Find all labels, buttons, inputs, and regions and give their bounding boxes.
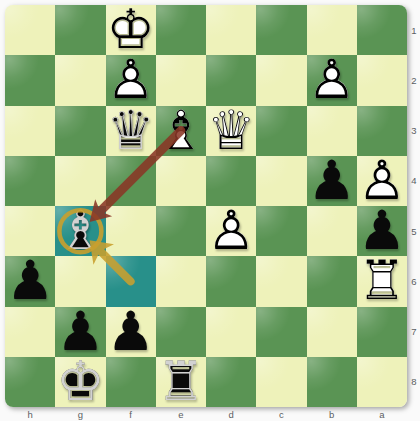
black-king[interactable]: ♚♔ — [55, 357, 105, 407]
square-a8[interactable] — [357, 357, 407, 407]
square-b8[interactable] — [307, 357, 357, 407]
square-b5[interactable] — [307, 206, 357, 256]
square-c3[interactable] — [256, 106, 306, 156]
square-h1[interactable] — [5, 5, 55, 55]
black-pawn[interactable]: ♟ — [307, 156, 357, 206]
file-label-c: c — [256, 408, 306, 421]
rank-label-8: 8 — [408, 357, 420, 407]
square-g6[interactable] — [55, 256, 105, 306]
square-g1[interactable] — [55, 5, 105, 55]
black-rook[interactable]: ♜♖ — [156, 357, 206, 407]
black-pawn[interactable]: ♟ — [106, 307, 156, 357]
square-d1[interactable] — [206, 5, 256, 55]
square-e3[interactable]: ♝♗ — [156, 106, 206, 156]
white-rook[interactable]: ♜♖ — [357, 256, 407, 306]
square-f3[interactable]: ♛♕ — [106, 106, 156, 156]
square-d8[interactable] — [206, 357, 256, 407]
square-g3[interactable] — [55, 106, 105, 156]
square-g5[interactable]: ♝♗ — [55, 206, 105, 256]
rank-label-2: 2 — [408, 55, 420, 105]
square-e2[interactable] — [156, 55, 206, 105]
square-c8[interactable] — [256, 357, 306, 407]
square-h6[interactable]: ♟ — [5, 256, 55, 306]
rank-label-4: 4 — [408, 156, 420, 206]
square-a6[interactable]: ♜♖ — [357, 256, 407, 306]
square-c1[interactable] — [256, 5, 306, 55]
square-h3[interactable] — [5, 106, 55, 156]
square-f2[interactable]: ♟♙ — [106, 55, 156, 105]
file-label-b: b — [307, 408, 357, 421]
square-h4[interactable] — [5, 156, 55, 206]
square-a2[interactable] — [357, 55, 407, 105]
square-f8[interactable] — [106, 357, 156, 407]
rank-label-6: 6 — [408, 256, 420, 306]
rank-label-1: 1 — [408, 5, 420, 55]
chess-board-widget: ♚♔♟♙♟♙♛♕♝♗♛♕♟♟♙♝♗♟♙♟♟♜♖♟♟♚♔♜♖ hgfedcba12… — [0, 0, 420, 421]
white-pawn[interactable]: ♟♙ — [106, 55, 156, 105]
chess-board: ♚♔♟♙♟♙♛♕♝♗♛♕♟♟♙♝♗♟♙♟♟♜♖♟♟♚♔♜♖ — [5, 5, 407, 407]
square-c5[interactable] — [256, 206, 306, 256]
file-label-e: e — [156, 408, 206, 421]
square-g8[interactable]: ♚♔ — [55, 357, 105, 407]
square-f6[interactable] — [106, 256, 156, 306]
square-d6[interactable] — [206, 256, 256, 306]
rank-label-3: 3 — [408, 106, 420, 156]
square-c7[interactable] — [256, 307, 306, 357]
square-h7[interactable] — [5, 307, 55, 357]
square-h8[interactable] — [5, 357, 55, 407]
file-label-f: f — [106, 408, 156, 421]
square-c4[interactable] — [256, 156, 306, 206]
square-a7[interactable] — [357, 307, 407, 357]
square-d3[interactable]: ♛♕ — [206, 106, 256, 156]
square-d7[interactable] — [206, 307, 256, 357]
square-c2[interactable] — [256, 55, 306, 105]
square-f5[interactable] — [106, 206, 156, 256]
file-label-g: g — [55, 408, 105, 421]
white-pawn[interactable]: ♟♙ — [206, 206, 256, 256]
square-g2[interactable] — [55, 55, 105, 105]
file-label-h: h — [5, 408, 55, 421]
square-e1[interactable] — [156, 5, 206, 55]
file-label-d: d — [206, 408, 256, 421]
black-queen[interactable]: ♛♕ — [106, 106, 156, 156]
rank-label-7: 7 — [408, 307, 420, 357]
square-f7[interactable]: ♟ — [106, 307, 156, 357]
square-e8[interactable]: ♜♖ — [156, 357, 206, 407]
file-label-a: a — [357, 408, 407, 421]
white-queen[interactable]: ♛♕ — [206, 106, 256, 156]
square-a1[interactable] — [357, 5, 407, 55]
square-b6[interactable] — [307, 256, 357, 306]
square-e4[interactable] — [156, 156, 206, 206]
black-bishop[interactable]: ♝♗ — [55, 206, 105, 256]
white-bishop[interactable]: ♝♗ — [156, 106, 206, 156]
square-b4[interactable]: ♟ — [307, 156, 357, 206]
white-pawn[interactable]: ♟♙ — [307, 55, 357, 105]
square-b7[interactable] — [307, 307, 357, 357]
square-d2[interactable] — [206, 55, 256, 105]
square-e6[interactable] — [156, 256, 206, 306]
square-c6[interactable] — [256, 256, 306, 306]
rank-label-5: 5 — [408, 206, 420, 256]
square-b2[interactable]: ♟♙ — [307, 55, 357, 105]
square-d5[interactable]: ♟♙ — [206, 206, 256, 256]
square-h2[interactable] — [5, 55, 55, 105]
square-f4[interactable] — [106, 156, 156, 206]
black-pawn[interactable]: ♟ — [5, 256, 55, 306]
square-e5[interactable] — [156, 206, 206, 256]
